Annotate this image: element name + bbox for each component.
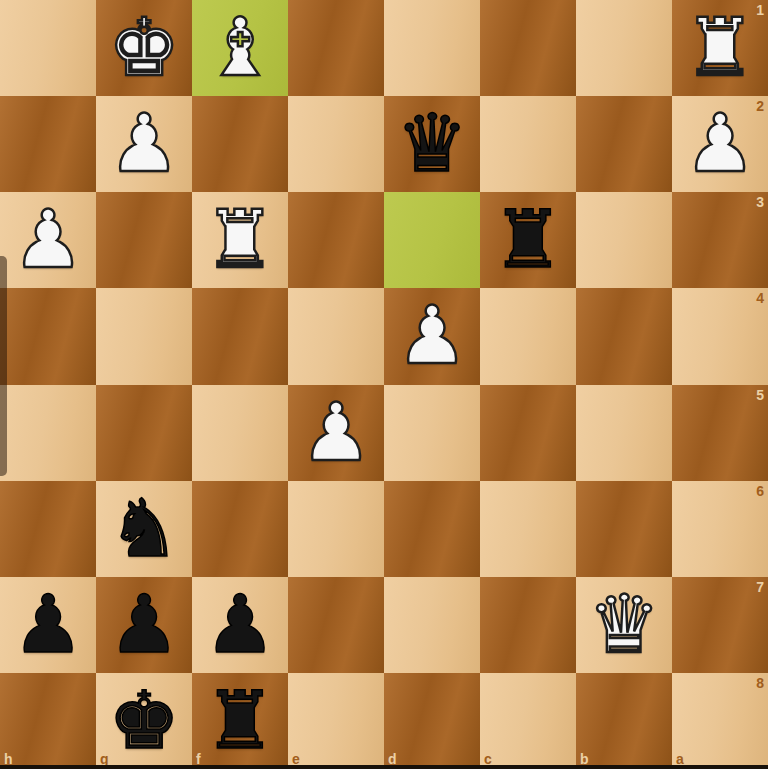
square-c1[interactable] xyxy=(480,0,576,96)
white-pawn[interactable]: ♟ xyxy=(384,288,480,384)
black-queen[interactable]: ♛ xyxy=(384,96,480,192)
square-g1[interactable]: ♚ xyxy=(96,0,192,96)
square-h2[interactable] xyxy=(0,96,96,192)
square-d7[interactable] xyxy=(384,577,480,673)
file-label-d: d xyxy=(388,752,397,766)
square-c8[interactable]: c xyxy=(480,673,576,769)
square-f2[interactable] xyxy=(192,96,288,192)
black-pawn[interactable]: ♟ xyxy=(192,577,288,673)
file-label-b: b xyxy=(580,752,589,766)
square-g7[interactable]: ♟ xyxy=(96,577,192,673)
square-e8[interactable]: e xyxy=(288,673,384,769)
black-king[interactable]: ♚ xyxy=(96,673,192,769)
square-h6[interactable] xyxy=(0,481,96,577)
square-f6[interactable] xyxy=(192,481,288,577)
square-b6[interactable] xyxy=(576,481,672,577)
square-a1[interactable]: ♜1 xyxy=(672,0,768,96)
rank-label-4: 4 xyxy=(756,291,764,305)
square-a5[interactable]: 5 xyxy=(672,385,768,481)
square-d4[interactable]: ♟ xyxy=(384,288,480,384)
rank-label-5: 5 xyxy=(756,388,764,402)
square-g3[interactable] xyxy=(96,192,192,288)
square-f7[interactable]: ♟ xyxy=(192,577,288,673)
square-g6[interactable]: ♞ xyxy=(96,481,192,577)
square-e7[interactable] xyxy=(288,577,384,673)
square-h7[interactable]: ♟ xyxy=(0,577,96,673)
square-d2[interactable]: ♛ xyxy=(384,96,480,192)
white-queen[interactable]: ♛ xyxy=(576,577,672,673)
square-b8[interactable]: b xyxy=(576,673,672,769)
white-pawn[interactable]: ♟ xyxy=(672,96,768,192)
white-pawn[interactable]: ♟ xyxy=(0,192,96,288)
square-e3[interactable] xyxy=(288,192,384,288)
square-f4[interactable] xyxy=(192,288,288,384)
square-f1[interactable]: ♝ xyxy=(192,0,288,96)
white-rook[interactable]: ♜ xyxy=(192,192,288,288)
square-c2[interactable] xyxy=(480,96,576,192)
square-c7[interactable] xyxy=(480,577,576,673)
square-b7[interactable]: ♛ xyxy=(576,577,672,673)
square-b5[interactable] xyxy=(576,385,672,481)
square-c6[interactable] xyxy=(480,481,576,577)
square-e4[interactable] xyxy=(288,288,384,384)
square-a4[interactable]: 4 xyxy=(672,288,768,384)
square-e5[interactable]: ♟ xyxy=(288,385,384,481)
square-e6[interactable] xyxy=(288,481,384,577)
square-f8[interactable]: ♜f xyxy=(192,673,288,769)
square-b2[interactable] xyxy=(576,96,672,192)
square-a7[interactable]: 7 xyxy=(672,577,768,673)
square-d3[interactable] xyxy=(384,192,480,288)
square-h1[interactable] xyxy=(0,0,96,96)
square-d1[interactable] xyxy=(384,0,480,96)
rank-label-3: 3 xyxy=(756,195,764,209)
square-c3[interactable]: ♜ xyxy=(480,192,576,288)
square-h5[interactable] xyxy=(0,385,96,481)
square-h8[interactable]: h xyxy=(0,673,96,769)
white-bishop[interactable]: ♝ xyxy=(192,0,288,96)
white-king[interactable]: ♚ xyxy=(96,0,192,96)
square-a6[interactable]: 6 xyxy=(672,481,768,577)
square-c5[interactable] xyxy=(480,385,576,481)
white-pawn[interactable]: ♟ xyxy=(288,385,384,481)
square-a2[interactable]: ♟2 xyxy=(672,96,768,192)
chess-app: ♚♝♜1♟♛♟2♟♜♜3♟4♟5♞6♟♟♟♛7h♚g♜fedcb8a xyxy=(0,0,768,769)
file-label-h: h xyxy=(4,752,13,766)
white-rook[interactable]: ♜ xyxy=(672,0,768,96)
rank-label-8: 8 xyxy=(756,676,764,690)
square-h4[interactable] xyxy=(0,288,96,384)
square-e1[interactable] xyxy=(288,0,384,96)
file-label-c: c xyxy=(484,752,492,766)
square-h3[interactable]: ♟ xyxy=(0,192,96,288)
black-rook[interactable]: ♜ xyxy=(192,673,288,769)
rank-label-7: 7 xyxy=(756,580,764,594)
file-label-a: a xyxy=(676,752,684,766)
square-a3[interactable]: 3 xyxy=(672,192,768,288)
square-d6[interactable] xyxy=(384,481,480,577)
square-e2[interactable] xyxy=(288,96,384,192)
square-g2[interactable]: ♟ xyxy=(96,96,192,192)
chess-board: ♚♝♜1♟♛♟2♟♜♜3♟4♟5♞6♟♟♟♛7h♚g♜fedcb8a xyxy=(0,0,768,769)
square-a8[interactable]: 8a xyxy=(672,673,768,769)
square-f3[interactable]: ♜ xyxy=(192,192,288,288)
white-pawn[interactable]: ♟ xyxy=(96,96,192,192)
square-f5[interactable] xyxy=(192,385,288,481)
square-d5[interactable] xyxy=(384,385,480,481)
black-pawn[interactable]: ♟ xyxy=(0,577,96,673)
rank-label-6: 6 xyxy=(756,484,764,498)
file-label-e: e xyxy=(292,752,300,766)
black-rook[interactable]: ♜ xyxy=(480,192,576,288)
square-d8[interactable]: d xyxy=(384,673,480,769)
square-b1[interactable] xyxy=(576,0,672,96)
square-b3[interactable] xyxy=(576,192,672,288)
black-pawn[interactable]: ♟ xyxy=(96,577,192,673)
square-c4[interactable] xyxy=(480,288,576,384)
square-g8[interactable]: ♚g xyxy=(96,673,192,769)
black-knight[interactable]: ♞ xyxy=(96,481,192,577)
square-g4[interactable] xyxy=(96,288,192,384)
square-g5[interactable] xyxy=(96,385,192,481)
square-b4[interactable] xyxy=(576,288,672,384)
